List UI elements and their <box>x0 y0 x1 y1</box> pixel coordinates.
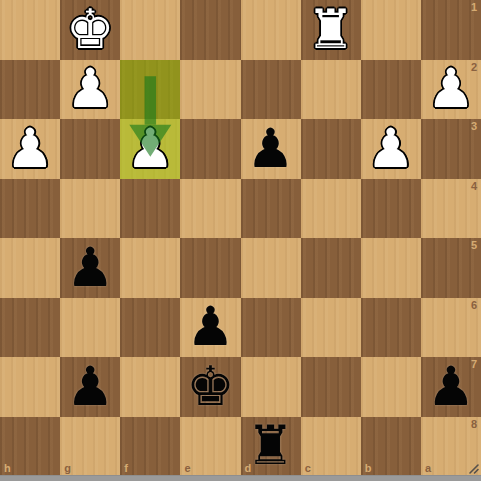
resize-handle-icon[interactable] <box>467 462 480 475</box>
rank-label-5: 5 <box>471 240 477 251</box>
square-d1[interactable] <box>241 0 301 60</box>
square-g1[interactable]: ♚ <box>60 0 120 60</box>
square-e3[interactable] <box>180 119 240 179</box>
rank-label-1: 1 <box>471 2 477 13</box>
square-h4[interactable] <box>0 179 60 239</box>
square-g5[interactable]: ♟ <box>60 238 120 298</box>
square-b2[interactable] <box>361 60 421 120</box>
square-d6[interactable] <box>241 298 301 358</box>
black-pawn-g7[interactable]: ♟ <box>60 357 120 417</box>
square-c1[interactable]: ♜ <box>301 0 361 60</box>
square-c2[interactable] <box>301 60 361 120</box>
white-pawn-f3[interactable]: ♟ <box>120 119 180 179</box>
square-b5[interactable] <box>361 238 421 298</box>
file-label-g: g <box>64 463 71 474</box>
square-c3[interactable] <box>301 119 361 179</box>
white-rook-c1[interactable]: ♜ <box>301 0 361 60</box>
file-label-b: b <box>365 463 372 474</box>
square-b7[interactable] <box>361 357 421 417</box>
square-b3[interactable]: ♟ <box>361 119 421 179</box>
square-h6[interactable] <box>0 298 60 358</box>
square-c7[interactable] <box>301 357 361 417</box>
square-f8[interactable]: f <box>120 417 180 477</box>
square-d4[interactable] <box>241 179 301 239</box>
file-label-a: a <box>425 463 431 474</box>
page-bottom-strip <box>0 475 481 481</box>
square-f1[interactable] <box>120 0 180 60</box>
square-h3[interactable]: ♟ <box>0 119 60 179</box>
square-c4[interactable] <box>301 179 361 239</box>
file-label-d: d <box>245 463 252 474</box>
square-e2[interactable] <box>180 60 240 120</box>
square-c6[interactable] <box>301 298 361 358</box>
square-c5[interactable] <box>301 238 361 298</box>
file-label-e: e <box>184 463 190 474</box>
rank-label-2: 2 <box>471 62 477 73</box>
square-g4[interactable] <box>60 179 120 239</box>
square-a6[interactable]: 6 <box>421 298 481 358</box>
square-f4[interactable] <box>120 179 180 239</box>
black-pawn-g5[interactable]: ♟ <box>60 238 120 298</box>
square-e8[interactable]: e <box>180 417 240 477</box>
rank-label-4: 4 <box>471 181 477 192</box>
black-pawn-e6[interactable]: ♟ <box>180 298 240 358</box>
square-g7[interactable]: ♟ <box>60 357 120 417</box>
square-d3[interactable]: ♟ <box>241 119 301 179</box>
chess-board: ♚♜1♟♟2♟♟♟♟34♟5♟6♟♚♟7hgfe♜dcb8a <box>0 0 481 476</box>
square-e1[interactable] <box>180 0 240 60</box>
square-f5[interactable] <box>120 238 180 298</box>
white-pawn-b3[interactable]: ♟ <box>361 119 421 179</box>
square-h1[interactable] <box>0 0 60 60</box>
square-a3[interactable]: 3 <box>421 119 481 179</box>
square-f7[interactable] <box>120 357 180 417</box>
file-label-h: h <box>4 463 11 474</box>
square-b6[interactable] <box>361 298 421 358</box>
square-a4[interactable]: 4 <box>421 179 481 239</box>
file-label-f: f <box>124 463 128 474</box>
square-d8[interactable]: ♜d <box>241 417 301 477</box>
square-a7[interactable]: ♟7 <box>421 357 481 417</box>
square-h7[interactable] <box>0 357 60 417</box>
square-b4[interactable] <box>361 179 421 239</box>
file-label-c: c <box>305 463 311 474</box>
square-a5[interactable]: 5 <box>421 238 481 298</box>
square-e6[interactable]: ♟ <box>180 298 240 358</box>
square-b1[interactable] <box>361 0 421 60</box>
white-king-g1[interactable]: ♚ <box>60 0 120 60</box>
square-g8[interactable]: g <box>60 417 120 477</box>
square-e5[interactable] <box>180 238 240 298</box>
rank-label-3: 3 <box>471 121 477 132</box>
square-g2[interactable]: ♟ <box>60 60 120 120</box>
square-d2[interactable] <box>241 60 301 120</box>
square-g3[interactable] <box>60 119 120 179</box>
white-pawn-h3[interactable]: ♟ <box>0 119 60 179</box>
square-d7[interactable] <box>241 357 301 417</box>
square-e4[interactable] <box>180 179 240 239</box>
rank-label-7: 7 <box>471 359 477 370</box>
square-g6[interactable] <box>60 298 120 358</box>
square-f6[interactable] <box>120 298 180 358</box>
square-a2[interactable]: ♟2 <box>421 60 481 120</box>
black-pawn-d3[interactable]: ♟ <box>241 119 301 179</box>
square-h8[interactable]: h <box>0 417 60 477</box>
square-d5[interactable] <box>241 238 301 298</box>
square-h2[interactable] <box>0 60 60 120</box>
rank-label-6: 6 <box>471 300 477 311</box>
square-h5[interactable] <box>0 238 60 298</box>
black-king-e7[interactable]: ♚ <box>180 357 240 417</box>
white-pawn-g2[interactable]: ♟ <box>60 60 120 120</box>
board-grid: ♚♜1♟♟2♟♟♟♟34♟5♟6♟♚♟7hgfe♜dcb8a <box>0 0 481 476</box>
square-a1[interactable]: 1 <box>421 0 481 60</box>
square-e7[interactable]: ♚ <box>180 357 240 417</box>
rank-label-8: 8 <box>471 419 477 430</box>
last-move-highlight-f2 <box>120 60 180 120</box>
square-c8[interactable]: c <box>301 417 361 477</box>
square-f2[interactable] <box>120 60 180 120</box>
square-f3[interactable]: ♟ <box>120 119 180 179</box>
square-b8[interactable]: b <box>361 417 421 477</box>
